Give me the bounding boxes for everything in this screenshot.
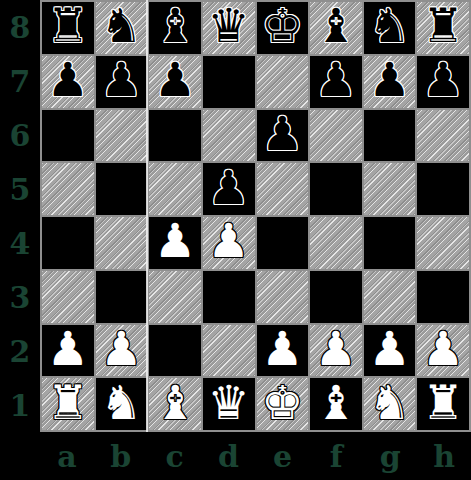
square-d8[interactable]: ♛	[203, 2, 255, 54]
black-knight[interactable]: ♞	[368, 2, 410, 49]
white-queen[interactable]: ♛	[208, 379, 250, 426]
square-e7[interactable]	[257, 56, 309, 108]
square-d4[interactable]: ♟	[203, 217, 255, 269]
square-d6[interactable]	[203, 110, 255, 162]
square-a4[interactable]	[42, 217, 94, 269]
square-g1[interactable]: ♞	[364, 378, 416, 430]
white-pawn[interactable]: ♟	[47, 325, 89, 372]
file-label-g: g	[363, 432, 417, 480]
white-pawn[interactable]: ♟	[315, 325, 357, 372]
square-b4[interactable]	[96, 217, 148, 269]
square-a8[interactable]: ♜	[42, 2, 94, 54]
square-f6[interactable]	[310, 110, 362, 162]
square-d1[interactable]: ♛	[203, 378, 255, 430]
square-g8[interactable]: ♞	[364, 2, 416, 54]
square-e6[interactable]: ♟	[257, 110, 309, 162]
chess-board-window: 87654321 ♜♞♝♛♚♝♞♜♟♟♟♟♟♟♟♟♟♟♟♟♟♟♟♟♜♞♝♛♚♝♞…	[0, 0, 471, 480]
rank-label-5: 5	[0, 162, 40, 216]
white-pawn[interactable]: ♟	[208, 217, 250, 264]
square-h2[interactable]: ♟	[417, 325, 469, 377]
black-king[interactable]: ♚	[261, 2, 303, 49]
file-label-h: h	[417, 432, 471, 480]
square-b8[interactable]: ♞	[96, 2, 148, 54]
file-label-c: c	[148, 432, 202, 480]
square-g3[interactable]	[364, 271, 416, 323]
rank-label-1: 1	[0, 378, 40, 432]
white-rook[interactable]: ♜	[422, 379, 464, 426]
rank-label-6: 6	[0, 108, 40, 162]
white-bishop[interactable]: ♝	[154, 379, 196, 426]
black-rook[interactable]: ♜	[47, 2, 89, 49]
black-pawn[interactable]: ♟	[315, 56, 357, 103]
black-pawn[interactable]: ♟	[422, 56, 464, 103]
square-h4[interactable]	[417, 217, 469, 269]
square-d3[interactable]	[203, 271, 255, 323]
square-h1[interactable]: ♜	[417, 378, 469, 430]
file-label-d: d	[202, 432, 256, 480]
square-h7[interactable]: ♟	[417, 56, 469, 108]
square-e5[interactable]	[257, 163, 309, 215]
square-d7[interactable]	[203, 56, 255, 108]
square-e8[interactable]: ♚	[257, 2, 309, 54]
black-rook[interactable]: ♜	[422, 2, 464, 49]
square-b2[interactable]: ♟	[96, 325, 148, 377]
rank-label-2: 2	[0, 324, 40, 378]
square-g5[interactable]	[364, 163, 416, 215]
chess-board: ♜♞♝♛♚♝♞♜♟♟♟♟♟♟♟♟♟♟♟♟♟♟♟♟♜♞♝♛♚♝♞♜	[40, 0, 471, 432]
black-pawn[interactable]: ♟	[368, 56, 410, 103]
black-bishop[interactable]: ♝	[315, 2, 357, 49]
black-pawn[interactable]: ♟	[100, 56, 142, 103]
square-h3[interactable]	[417, 271, 469, 323]
file-label-e: e	[256, 432, 310, 480]
square-e2[interactable]: ♟	[257, 325, 309, 377]
square-c5[interactable]	[149, 163, 201, 215]
square-f3[interactable]	[310, 271, 362, 323]
square-g2[interactable]: ♟	[364, 325, 416, 377]
square-f5[interactable]	[310, 163, 362, 215]
square-f2[interactable]: ♟	[310, 325, 362, 377]
square-d2[interactable]	[203, 325, 255, 377]
white-pawn[interactable]: ♟	[422, 325, 464, 372]
white-knight[interactable]: ♞	[100, 379, 142, 426]
square-a2[interactable]: ♟	[42, 325, 94, 377]
white-pawn[interactable]: ♟	[261, 325, 303, 372]
square-g6[interactable]	[364, 110, 416, 162]
square-g4[interactable]	[364, 217, 416, 269]
square-a5[interactable]	[42, 163, 94, 215]
rank-label-8: 8	[0, 0, 40, 54]
square-e4[interactable]	[257, 217, 309, 269]
square-c6[interactable]	[149, 110, 201, 162]
rank-label-4: 4	[0, 216, 40, 270]
square-c4[interactable]: ♟	[149, 217, 201, 269]
square-e3[interactable]	[257, 271, 309, 323]
rank-label-3: 3	[0, 270, 40, 324]
square-f4[interactable]	[310, 217, 362, 269]
square-h5[interactable]	[417, 163, 469, 215]
white-bishop[interactable]: ♝	[315, 379, 357, 426]
rank-label-7: 7	[0, 54, 40, 108]
square-h8[interactable]: ♜	[417, 2, 469, 54]
square-f8[interactable]: ♝	[310, 2, 362, 54]
square-e1[interactable]: ♚	[257, 378, 309, 430]
rank-labels: 87654321	[0, 0, 40, 432]
file-labels: abcdefgh	[40, 432, 471, 480]
square-b6[interactable]	[96, 110, 148, 162]
square-d5[interactable]: ♟	[203, 163, 255, 215]
square-c1[interactable]: ♝	[149, 378, 201, 430]
square-a3[interactable]	[42, 271, 94, 323]
white-knight[interactable]: ♞	[368, 379, 410, 426]
file-label-b: b	[94, 432, 148, 480]
square-a1[interactable]: ♜	[42, 378, 94, 430]
white-pawn[interactable]: ♟	[154, 217, 196, 264]
square-f1[interactable]: ♝	[310, 378, 362, 430]
black-pawn[interactable]: ♟	[208, 164, 250, 211]
square-c7[interactable]: ♟	[149, 56, 201, 108]
square-g7[interactable]: ♟	[364, 56, 416, 108]
black-pawn[interactable]: ♟	[47, 56, 89, 103]
file-label-f: f	[309, 432, 363, 480]
square-b5[interactable]	[96, 163, 148, 215]
white-king[interactable]: ♚	[261, 379, 303, 426]
square-f7[interactable]: ♟	[310, 56, 362, 108]
white-pawn[interactable]: ♟	[100, 325, 142, 372]
square-c3[interactable]	[149, 271, 201, 323]
square-b1[interactable]: ♞	[96, 378, 148, 430]
black-pawn[interactable]: ♟	[154, 56, 196, 103]
black-queen[interactable]: ♛	[208, 2, 250, 49]
square-a6[interactable]	[42, 110, 94, 162]
square-h6[interactable]	[417, 110, 469, 162]
file-label-a: a	[40, 432, 94, 480]
white-rook[interactable]: ♜	[47, 379, 89, 426]
square-c8[interactable]: ♝	[149, 2, 201, 54]
square-c2[interactable]	[149, 325, 201, 377]
square-b3[interactable]	[96, 271, 148, 323]
black-knight[interactable]: ♞	[100, 2, 142, 49]
black-pawn[interactable]: ♟	[261, 110, 303, 157]
black-bishop[interactable]: ♝	[154, 2, 196, 49]
square-b7[interactable]: ♟	[96, 56, 148, 108]
white-pawn[interactable]: ♟	[368, 325, 410, 372]
square-a7[interactable]: ♟	[42, 56, 94, 108]
